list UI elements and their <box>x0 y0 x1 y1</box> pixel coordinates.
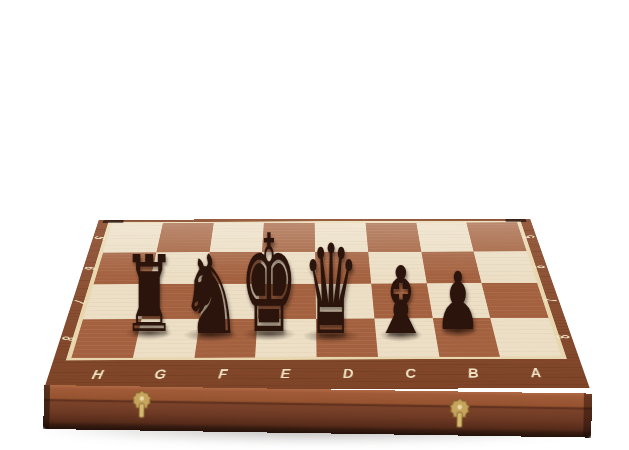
rook-glyph: ♜ <box>123 242 175 348</box>
bishop-glyph: ♝ <box>372 255 430 348</box>
file-label-f: F <box>218 365 229 381</box>
hinge-icon <box>505 219 526 222</box>
file-label-a: A <box>528 364 543 380</box>
brass-clasp-icon <box>445 397 474 431</box>
file-label-d: D <box>342 365 353 381</box>
rank-label-left-6: 6 <box>80 266 101 271</box>
rank-label-right-5: 5 <box>519 234 539 238</box>
file-labels-row: HGFEDCBA <box>63 360 570 386</box>
box-front-face <box>43 385 592 438</box>
rank-label-right-7: 7 <box>540 298 562 303</box>
rank-label-right-8: 8 <box>552 334 575 340</box>
file-label-g: G <box>153 366 167 382</box>
file-label-c: C <box>404 365 417 381</box>
hinge-icon <box>102 220 123 223</box>
rank-label-left-8: 8 <box>57 336 80 342</box>
queen-glyph: ♛ <box>303 229 359 353</box>
rank-label-left-7: 7 <box>70 299 92 304</box>
rank-label-right-6: 6 <box>529 265 550 270</box>
pawn-glyph: ♟ <box>435 262 481 342</box>
brass-clasp-icon <box>129 389 153 421</box>
file-label-e: E <box>280 365 290 381</box>
knight-glyph: ♞ <box>181 241 242 350</box>
rank-label-left-5: 5 <box>90 236 110 240</box>
box-right-edge <box>583 393 592 437</box>
product-photo-stage: HGFEDCBA 5678 5678 ♜ ♞ ♚ ♛ <box>0 0 629 450</box>
king-glyph: ♚ <box>240 218 297 353</box>
file-label-b: B <box>466 365 480 381</box>
file-label-h: H <box>90 366 105 382</box>
box-left-edge <box>43 385 50 429</box>
